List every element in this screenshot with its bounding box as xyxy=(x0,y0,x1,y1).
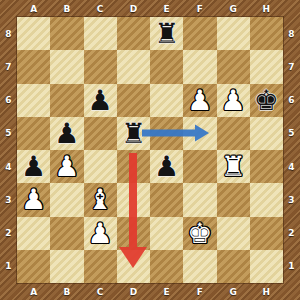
square-e8[interactable]: ♜ xyxy=(150,17,183,50)
file-label-b: B xyxy=(50,283,83,300)
square-d6[interactable] xyxy=(117,84,150,117)
black-king[interactable]: ♚ xyxy=(250,84,283,117)
white-pawn[interactable]: ♟ xyxy=(17,183,50,216)
square-f7[interactable] xyxy=(183,50,216,83)
square-h2[interactable] xyxy=(250,217,283,250)
square-c5[interactable] xyxy=(84,117,117,150)
rank-label-6: 6 xyxy=(283,84,300,117)
square-b8[interactable] xyxy=(50,17,83,50)
white-pawn[interactable]: ♟ xyxy=(50,150,83,183)
square-d4[interactable] xyxy=(117,150,150,183)
square-f5[interactable] xyxy=(183,117,216,150)
square-g7[interactable] xyxy=(217,50,250,83)
square-g2[interactable] xyxy=(217,217,250,250)
square-f4[interactable] xyxy=(183,150,216,183)
rank-label-8: 8 xyxy=(0,17,17,50)
square-e2[interactable] xyxy=(150,217,183,250)
square-h8[interactable] xyxy=(250,17,283,50)
square-b3[interactable] xyxy=(50,183,83,216)
square-g5[interactable] xyxy=(217,117,250,150)
square-e3[interactable] xyxy=(150,183,183,216)
black-rook[interactable]: ♜ xyxy=(150,17,183,50)
file-label-e: E xyxy=(150,0,183,17)
square-f3[interactable] xyxy=(183,183,216,216)
square-d2[interactable] xyxy=(117,217,150,250)
rank-label-3: 3 xyxy=(283,183,300,216)
square-h7[interactable] xyxy=(250,50,283,83)
square-c8[interactable] xyxy=(84,17,117,50)
rank-label-1: 1 xyxy=(283,250,300,283)
square-d7[interactable] xyxy=(117,50,150,83)
rank-label-7: 7 xyxy=(283,50,300,83)
file-label-h: H xyxy=(250,283,283,300)
square-e1[interactable] xyxy=(150,250,183,283)
white-pawn[interactable]: ♟ xyxy=(183,84,216,117)
rank-label-2: 2 xyxy=(283,217,300,250)
file-label-e: E xyxy=(150,283,183,300)
square-f1[interactable] xyxy=(183,250,216,283)
square-d3[interactable] xyxy=(117,183,150,216)
rank-label-5: 5 xyxy=(283,117,300,150)
black-pawn[interactable]: ♟ xyxy=(84,84,117,117)
rank-label-5: 5 xyxy=(0,117,17,150)
square-a5[interactable] xyxy=(17,117,50,150)
square-g3[interactable] xyxy=(217,183,250,216)
file-labels-bottom: ABCDEFGH xyxy=(17,283,283,300)
board: ♜♟♟♟♚♟♜♟♟♟♜♟♝♟♚ xyxy=(17,17,283,283)
square-c4[interactable] xyxy=(84,150,117,183)
rank-label-4: 4 xyxy=(0,150,17,183)
file-label-a: A xyxy=(17,283,50,300)
square-d5[interactable]: ♜ xyxy=(117,117,150,150)
square-e6[interactable] xyxy=(150,84,183,117)
file-label-f: F xyxy=(183,283,216,300)
file-label-c: C xyxy=(84,283,117,300)
square-b7[interactable] xyxy=(50,50,83,83)
rank-label-1: 1 xyxy=(0,250,17,283)
white-rook[interactable]: ♜ xyxy=(217,150,250,183)
square-c6[interactable]: ♟ xyxy=(84,84,117,117)
white-pawn[interactable]: ♟ xyxy=(217,84,250,117)
square-a4[interactable]: ♟ xyxy=(17,150,50,183)
file-label-a: A xyxy=(17,0,50,17)
file-label-f: F xyxy=(183,0,216,17)
black-pawn[interactable]: ♟ xyxy=(50,117,83,150)
rank-labels-right: 87654321 xyxy=(283,17,300,283)
rank-labels-left: 87654321 xyxy=(0,17,17,283)
white-king[interactable]: ♚ xyxy=(183,217,216,250)
square-f8[interactable] xyxy=(183,17,216,50)
square-a6[interactable] xyxy=(17,84,50,117)
square-h4[interactable] xyxy=(250,150,283,183)
square-f2[interactable]: ♚ xyxy=(183,217,216,250)
rank-label-3: 3 xyxy=(0,183,17,216)
file-labels-top: ABCDEFGH xyxy=(17,0,283,17)
rank-label-8: 8 xyxy=(283,17,300,50)
square-a2[interactable] xyxy=(17,217,50,250)
square-g1[interactable] xyxy=(217,250,250,283)
file-label-g: G xyxy=(217,283,250,300)
square-e7[interactable] xyxy=(150,50,183,83)
square-a1[interactable] xyxy=(17,250,50,283)
white-bishop[interactable]: ♝ xyxy=(84,183,117,216)
square-d8[interactable] xyxy=(117,17,150,50)
file-label-g: G xyxy=(217,0,250,17)
rank-label-6: 6 xyxy=(0,84,17,117)
file-label-d: D xyxy=(117,0,150,17)
square-a8[interactable] xyxy=(17,17,50,50)
square-c2[interactable]: ♟ xyxy=(84,217,117,250)
square-f6[interactable]: ♟ xyxy=(183,84,216,117)
square-c7[interactable] xyxy=(84,50,117,83)
square-b6[interactable] xyxy=(50,84,83,117)
black-rook[interactable]: ♜ xyxy=(117,117,150,150)
square-h3[interactable] xyxy=(250,183,283,216)
rank-label-2: 2 xyxy=(0,217,17,250)
square-b1[interactable] xyxy=(50,250,83,283)
square-a3[interactable]: ♟ xyxy=(17,183,50,216)
file-label-h: H xyxy=(250,0,283,17)
square-a7[interactable] xyxy=(17,50,50,83)
rank-label-4: 4 xyxy=(283,150,300,183)
white-pawn[interactable]: ♟ xyxy=(84,217,117,250)
square-b4[interactable]: ♟ xyxy=(50,150,83,183)
square-d1[interactable] xyxy=(117,250,150,283)
square-h6[interactable]: ♚ xyxy=(250,84,283,117)
square-g6[interactable]: ♟ xyxy=(217,84,250,117)
square-h5[interactable] xyxy=(250,117,283,150)
square-h1[interactable] xyxy=(250,250,283,283)
square-g4[interactable]: ♜ xyxy=(217,150,250,183)
square-e5[interactable] xyxy=(150,117,183,150)
square-c3[interactable]: ♝ xyxy=(84,183,117,216)
file-label-b: B xyxy=(50,0,83,17)
file-label-d: D xyxy=(117,283,150,300)
square-b2[interactable] xyxy=(50,217,83,250)
square-g8[interactable] xyxy=(217,17,250,50)
black-pawn[interactable]: ♟ xyxy=(17,150,50,183)
square-b5[interactable]: ♟ xyxy=(50,117,83,150)
black-pawn[interactable]: ♟ xyxy=(150,150,183,183)
rank-label-7: 7 xyxy=(0,50,17,83)
square-e4[interactable]: ♟ xyxy=(150,150,183,183)
square-c1[interactable] xyxy=(84,250,117,283)
file-label-c: C xyxy=(84,0,117,17)
